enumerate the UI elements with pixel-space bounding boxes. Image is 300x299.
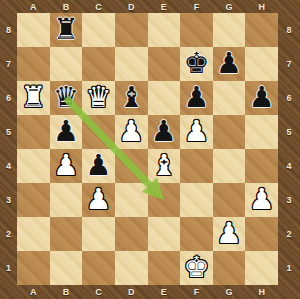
piece-white-pawn-g2[interactable]: ♟ <box>216 219 242 248</box>
file-label-f: F <box>180 0 213 13</box>
rank-label-6: 6 <box>278 81 300 115</box>
square-a7[interactable] <box>17 47 50 81</box>
file-label-h: H <box>245 285 278 299</box>
square-h2[interactable] <box>245 217 278 251</box>
piece-black-king-f7[interactable]: ♚ <box>183 49 209 78</box>
square-g1[interactable] <box>213 251 246 285</box>
square-f4[interactable] <box>180 149 213 183</box>
file-label-f: F <box>180 285 213 299</box>
piece-black-pawn-c4[interactable]: ♟ <box>86 151 112 180</box>
square-h7[interactable] <box>245 47 278 81</box>
rank-label-7: 7 <box>278 47 300 81</box>
square-a8[interactable] <box>17 13 50 47</box>
rank-label-2: 2 <box>278 217 300 251</box>
rank-labels-right: 87654321 <box>278 13 300 285</box>
file-label-d: D <box>115 285 148 299</box>
file-label-d: D <box>115 0 148 13</box>
square-h4[interactable] <box>245 149 278 183</box>
square-d5[interactable]: ♟ <box>115 115 148 149</box>
square-c1[interactable] <box>82 251 115 285</box>
piece-white-rook-a6[interactable]: ♜ <box>20 83 46 112</box>
square-c5[interactable] <box>82 115 115 149</box>
file-label-g: G <box>213 285 246 299</box>
file-label-c: C <box>82 0 115 13</box>
piece-black-pawn-e5[interactable]: ♟ <box>151 117 177 146</box>
rank-label-8: 8 <box>0 13 17 47</box>
rank-labels-left: 87654321 <box>0 13 17 285</box>
square-c2[interactable] <box>82 217 115 251</box>
rank-label-2: 2 <box>0 217 17 251</box>
square-c8[interactable] <box>82 13 115 47</box>
square-b2[interactable] <box>50 217 83 251</box>
square-c7[interactable] <box>82 47 115 81</box>
square-a4[interactable] <box>17 149 50 183</box>
file-label-g: G <box>213 0 246 13</box>
rank-label-8: 8 <box>278 13 300 47</box>
piece-white-queen-c6[interactable]: ♛ <box>86 83 112 112</box>
rank-label-6: 6 <box>0 81 17 115</box>
square-a5[interactable] <box>17 115 50 149</box>
rank-label-3: 3 <box>278 183 300 217</box>
square-e6[interactable] <box>148 81 181 115</box>
piece-black-pawn-g7[interactable]: ♟ <box>216 49 242 78</box>
square-f7[interactable]: ♚ <box>180 47 213 81</box>
piece-black-pawn-f6[interactable]: ♟ <box>183 83 209 112</box>
square-f2[interactable] <box>180 217 213 251</box>
piece-white-king-f1[interactable]: ♚ <box>183 253 209 282</box>
square-g8[interactable] <box>213 13 246 47</box>
chess-board-frame: ABCDEFGH 87654321 87654321 ABCDEFGH ♜♚♟♜… <box>0 0 300 299</box>
square-b7[interactable] <box>50 47 83 81</box>
piece-white-pawn-b4[interactable]: ♟ <box>53 151 79 180</box>
rank-label-5: 5 <box>0 115 17 149</box>
piece-black-bishop-d6[interactable]: ♝ <box>118 83 144 112</box>
square-d7[interactable] <box>115 47 148 81</box>
square-b8[interactable]: ♜ <box>50 13 83 47</box>
square-c6[interactable]: ♛ <box>82 81 115 115</box>
square-d2[interactable] <box>115 217 148 251</box>
piece-black-pawn-h6[interactable]: ♟ <box>249 83 275 112</box>
rank-label-1: 1 <box>0 251 17 285</box>
square-g5[interactable] <box>213 115 246 149</box>
square-g3[interactable] <box>213 183 246 217</box>
square-e7[interactable] <box>148 47 181 81</box>
rank-label-4: 4 <box>278 149 300 183</box>
square-a2[interactable] <box>17 217 50 251</box>
square-f3[interactable] <box>180 183 213 217</box>
piece-black-queen-b6[interactable]: ♛ <box>53 83 79 112</box>
square-f8[interactable] <box>180 13 213 47</box>
square-e5[interactable]: ♟ <box>148 115 181 149</box>
rank-label-7: 7 <box>0 47 17 81</box>
rank-label-4: 4 <box>0 149 17 183</box>
piece-white-pawn-h3[interactable]: ♟ <box>249 185 275 214</box>
square-e1[interactable] <box>148 251 181 285</box>
square-f6[interactable]: ♟ <box>180 81 213 115</box>
piece-white-pawn-c3[interactable]: ♟ <box>86 185 112 214</box>
square-d8[interactable] <box>115 13 148 47</box>
square-h6[interactable]: ♟ <box>245 81 278 115</box>
square-g7[interactable]: ♟ <box>213 47 246 81</box>
file-label-b: B <box>50 0 83 13</box>
square-a1[interactable] <box>17 251 50 285</box>
square-d1[interactable] <box>115 251 148 285</box>
file-labels-top: ABCDEFGH <box>17 0 278 13</box>
square-a3[interactable] <box>17 183 50 217</box>
file-label-b: B <box>50 285 83 299</box>
piece-white-pawn-d5[interactable]: ♟ <box>118 117 144 146</box>
square-g6[interactable] <box>213 81 246 115</box>
square-h5[interactable] <box>245 115 278 149</box>
square-a6[interactable]: ♜ <box>17 81 50 115</box>
piece-black-rook-b8[interactable]: ♜ <box>53 15 79 44</box>
square-c4[interactable]: ♟ <box>82 149 115 183</box>
square-h3[interactable]: ♟ <box>245 183 278 217</box>
square-e8[interactable] <box>148 13 181 47</box>
file-label-a: A <box>17 0 50 13</box>
square-b5[interactable]: ♟ <box>50 115 83 149</box>
piece-white-bishop-e4[interactable]: ♝ <box>151 151 177 180</box>
rank-label-3: 3 <box>0 183 17 217</box>
piece-black-pawn-b5[interactable]: ♟ <box>53 117 79 146</box>
square-h8[interactable] <box>245 13 278 47</box>
square-g4[interactable] <box>213 149 246 183</box>
file-label-c: C <box>82 285 115 299</box>
file-label-e: E <box>148 0 181 13</box>
square-d6[interactable]: ♝ <box>115 81 148 115</box>
file-labels-bottom: ABCDEFGH <box>17 285 278 299</box>
square-b1[interactable] <box>50 251 83 285</box>
square-f1[interactable]: ♚ <box>180 251 213 285</box>
file-label-e: E <box>148 285 181 299</box>
square-e2[interactable] <box>148 217 181 251</box>
square-b4[interactable]: ♟ <box>50 149 83 183</box>
square-h1[interactable] <box>245 251 278 285</box>
square-d4[interactable] <box>115 149 148 183</box>
square-e3[interactable] <box>148 183 181 217</box>
piece-white-pawn-f5[interactable]: ♟ <box>183 117 209 146</box>
square-f5[interactable]: ♟ <box>180 115 213 149</box>
chess-board[interactable]: ♜♚♟♜♛♛♝♟♟♟♟♟♟♟♟♝♟♟♟♚ <box>17 13 278 285</box>
square-c3[interactable]: ♟ <box>82 183 115 217</box>
square-g2[interactable]: ♟ <box>213 217 246 251</box>
square-b3[interactable] <box>50 183 83 217</box>
file-label-a: A <box>17 285 50 299</box>
square-b6[interactable]: ♛ <box>50 81 83 115</box>
rank-label-5: 5 <box>278 115 300 149</box>
square-e4[interactable]: ♝ <box>148 149 181 183</box>
rank-label-1: 1 <box>278 251 300 285</box>
square-d3[interactable] <box>115 183 148 217</box>
file-label-h: H <box>245 0 278 13</box>
